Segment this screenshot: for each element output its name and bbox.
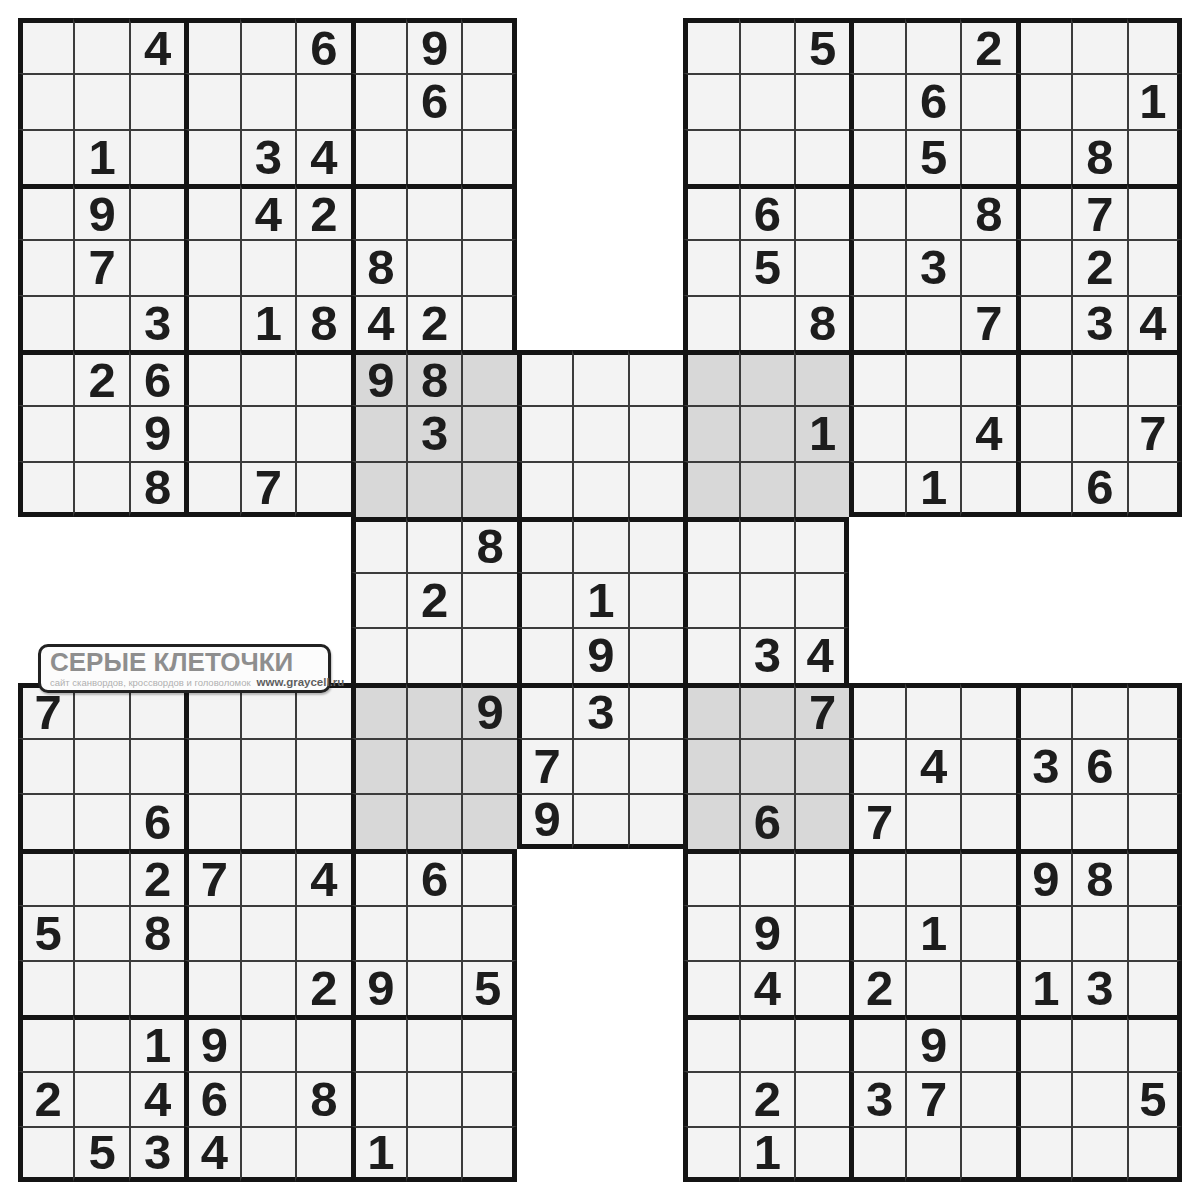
cell-r19c18[interactable] <box>960 1015 1015 1070</box>
cell-r3c16[interactable] <box>849 129 904 184</box>
cell-r6c13[interactable] <box>683 295 738 350</box>
cell-r21c9[interactable] <box>461 1126 516 1182</box>
cell-r1c19[interactable] <box>1016 18 1071 73</box>
cell-r17c18[interactable] <box>960 905 1015 960</box>
cell-r19c8[interactable] <box>406 1015 461 1070</box>
cell-r9c4[interactable] <box>184 461 239 517</box>
cell-r5c21[interactable] <box>1127 239 1182 294</box>
cell-r16c1[interactable] <box>18 849 73 904</box>
cell-r17c16[interactable] <box>849 905 904 960</box>
cell-r18c1[interactable] <box>18 960 73 1015</box>
cell-r6c19[interactable] <box>1016 295 1071 350</box>
cell-r7c12[interactable] <box>628 350 683 405</box>
cell-r13c17[interactable] <box>905 683 960 738</box>
cell-r11c13[interactable] <box>683 572 738 627</box>
cell-r15c4[interactable] <box>184 793 239 849</box>
cell-r18c3[interactable] <box>129 960 184 1015</box>
cell-r15c11[interactable] <box>572 793 627 849</box>
given-r16c3: 2 <box>129 849 184 904</box>
cell-r15c21[interactable] <box>1127 793 1182 849</box>
cell-r8c20[interactable] <box>1071 405 1126 460</box>
cell-r10c10[interactable] <box>517 517 572 572</box>
cell-r2c5[interactable] <box>240 73 295 128</box>
cell-r1c21[interactable] <box>1127 18 1182 73</box>
cell-r2c13[interactable] <box>683 73 738 128</box>
cell-r9c13[interactable] <box>683 461 738 517</box>
cell-r2c15[interactable] <box>794 73 849 128</box>
cell-r5c8[interactable] <box>406 239 461 294</box>
cell-r13c12[interactable] <box>628 683 683 738</box>
cell-r14c2[interactable] <box>73 738 128 793</box>
cell-r19c1[interactable] <box>18 1015 73 1070</box>
cell-r9c2[interactable] <box>73 461 128 517</box>
cell-r15c5[interactable] <box>240 793 295 849</box>
cell-r13c20[interactable] <box>1071 683 1126 738</box>
cell-r1c2[interactable] <box>73 18 128 73</box>
cell-r15c15[interactable] <box>794 793 849 849</box>
cell-r2c4[interactable] <box>184 73 239 128</box>
cell-r21c18[interactable] <box>960 1126 1015 1182</box>
cell-r15c2[interactable] <box>73 793 128 849</box>
given-r4c5: 4 <box>240 184 295 239</box>
cell-r6c14[interactable] <box>739 295 794 350</box>
cell-r3c1[interactable] <box>18 129 73 184</box>
cell-r9c12[interactable] <box>628 461 683 517</box>
cell-r4c16[interactable] <box>849 184 904 239</box>
cell-r19c20[interactable] <box>1071 1015 1126 1070</box>
cell-r2c1[interactable] <box>18 73 73 128</box>
cell-r15c12[interactable] <box>628 793 683 849</box>
cell-r7c1[interactable] <box>18 350 73 405</box>
cell-r9c10[interactable] <box>517 461 572 517</box>
cell-r21c8[interactable] <box>406 1126 461 1182</box>
cell-r19c2[interactable] <box>73 1015 128 1070</box>
cell-r15c1[interactable] <box>18 793 73 849</box>
cell-r2c18[interactable] <box>960 73 1015 128</box>
cell-r16c14[interactable] <box>739 849 794 904</box>
cell-r8c5[interactable] <box>240 405 295 460</box>
cell-r18c4[interactable] <box>184 960 239 1015</box>
cell-r20c2[interactable] <box>73 1071 128 1126</box>
void-r10c21 <box>1127 517 1182 572</box>
cell-r14c14[interactable] <box>739 738 794 793</box>
cell-r17c15[interactable] <box>794 905 849 960</box>
cell-r16c5[interactable] <box>240 849 295 904</box>
cell-r19c6[interactable] <box>295 1015 350 1070</box>
cell-r11c12[interactable] <box>628 572 683 627</box>
cell-r14c1[interactable] <box>18 738 73 793</box>
cell-r13c18[interactable] <box>960 683 1015 738</box>
cell-r16c7[interactable] <box>351 849 406 904</box>
cell-r12c12[interactable] <box>628 627 683 682</box>
cell-r6c4[interactable] <box>184 295 239 350</box>
cell-r1c5[interactable] <box>240 18 295 73</box>
cell-r8c7[interactable] <box>351 405 406 460</box>
given-r1c3: 4 <box>129 18 184 73</box>
cell-r11c14[interactable] <box>739 572 794 627</box>
void-r17c11 <box>572 905 627 960</box>
given-r15c16: 7 <box>849 793 904 849</box>
cell-r10c14[interactable] <box>739 517 794 572</box>
cell-r4c9[interactable] <box>461 184 516 239</box>
cell-r21c1[interactable] <box>18 1126 73 1182</box>
given-r8c21: 7 <box>1127 405 1182 460</box>
given-r13c11: 3 <box>572 683 627 738</box>
cell-r10c15[interactable] <box>794 517 849 572</box>
cell-r13c14[interactable] <box>739 683 794 738</box>
cell-r17c2[interactable] <box>73 905 128 960</box>
cell-r15c6[interactable] <box>295 793 350 849</box>
cell-r19c5[interactable] <box>240 1015 295 1070</box>
cell-r5c5[interactable] <box>240 239 295 294</box>
cell-r20c13[interactable] <box>683 1071 738 1126</box>
cell-r12c7[interactable] <box>351 627 406 682</box>
void-r10c1 <box>18 517 73 572</box>
cell-r7c11[interactable] <box>572 350 627 405</box>
cell-r20c5[interactable] <box>240 1071 295 1126</box>
cell-r18c18[interactable] <box>960 960 1015 1015</box>
cell-r19c21[interactable] <box>1127 1015 1182 1070</box>
cell-r18c5[interactable] <box>240 960 295 1015</box>
cell-r2c19[interactable] <box>1016 73 1071 128</box>
cell-r2c20[interactable] <box>1071 73 1126 128</box>
cell-r8c16[interactable] <box>849 405 904 460</box>
cell-r1c1[interactable] <box>18 18 73 73</box>
cell-r1c20[interactable] <box>1071 18 1126 73</box>
cell-r8c12[interactable] <box>628 405 683 460</box>
cell-r8c1[interactable] <box>18 405 73 460</box>
cell-r5c4[interactable] <box>184 239 239 294</box>
cell-r7c19[interactable] <box>1016 350 1071 405</box>
cell-r9c16[interactable] <box>849 461 904 517</box>
cell-r13c8[interactable] <box>406 683 461 738</box>
cell-r4c8[interactable] <box>406 184 461 239</box>
cell-r15c8[interactable] <box>406 793 461 849</box>
cell-r9c6[interactable] <box>295 461 350 517</box>
cell-r12c10[interactable] <box>517 627 572 682</box>
cell-r14c12[interactable] <box>628 738 683 793</box>
cell-r4c1[interactable] <box>18 184 73 239</box>
cell-r5c6[interactable] <box>295 239 350 294</box>
cell-r20c8[interactable] <box>406 1071 461 1126</box>
cell-r12c8[interactable] <box>406 627 461 682</box>
cell-r7c13[interactable] <box>683 350 738 405</box>
cell-r7c15[interactable] <box>794 350 849 405</box>
cell-r8c11[interactable] <box>572 405 627 460</box>
cell-r6c2[interactable] <box>73 295 128 350</box>
cell-r7c10[interactable] <box>517 350 572 405</box>
cell-r5c19[interactable] <box>1016 239 1071 294</box>
cell-r21c16[interactable] <box>849 1126 904 1182</box>
given-r20c14: 2 <box>739 1071 794 1126</box>
cell-r17c7[interactable] <box>351 905 406 960</box>
cell-r11c15[interactable] <box>794 572 849 627</box>
cell-r6c16[interactable] <box>849 295 904 350</box>
cell-r8c14[interactable] <box>739 405 794 460</box>
cell-r16c15[interactable] <box>794 849 849 904</box>
cell-r5c1[interactable] <box>18 239 73 294</box>
cell-r16c2[interactable] <box>73 849 128 904</box>
cell-r10c13[interactable] <box>683 517 738 572</box>
cell-r1c7[interactable] <box>351 18 406 73</box>
void-r4c11 <box>572 184 627 239</box>
void-r11c20 <box>1071 572 1126 627</box>
cell-r18c8[interactable] <box>406 960 461 1015</box>
cell-r2c7[interactable] <box>351 73 406 128</box>
cell-r18c2[interactable] <box>73 960 128 1015</box>
cell-r9c19[interactable] <box>1016 461 1071 517</box>
cell-r6c1[interactable] <box>18 295 73 350</box>
cell-r20c20[interactable] <box>1071 1071 1126 1126</box>
cell-r5c15[interactable] <box>794 239 849 294</box>
cell-r6c17[interactable] <box>905 295 960 350</box>
cell-r10c8[interactable] <box>406 517 461 572</box>
void-r5c11 <box>572 239 627 294</box>
cell-r17c20[interactable] <box>1071 905 1126 960</box>
cell-r14c6[interactable] <box>295 738 350 793</box>
cell-r17c21[interactable] <box>1127 905 1182 960</box>
cell-r14c18[interactable] <box>960 738 1015 793</box>
cell-r1c13[interactable] <box>683 18 738 73</box>
cell-r9c14[interactable] <box>739 461 794 517</box>
cell-r8c17[interactable] <box>905 405 960 460</box>
cell-r21c6[interactable] <box>295 1126 350 1182</box>
cell-r3c21[interactable] <box>1127 129 1182 184</box>
cell-r9c1[interactable] <box>18 461 73 517</box>
cell-r7c14[interactable] <box>739 350 794 405</box>
site-logo-url-link[interactable]: www.graycell.ru <box>257 676 345 688</box>
given-r3c5: 3 <box>240 129 295 184</box>
cell-r17c4[interactable] <box>184 905 239 960</box>
given-r20c21: 5 <box>1127 1071 1182 1126</box>
cell-r16c18[interactable] <box>960 849 1015 904</box>
cell-r3c13[interactable] <box>683 129 738 184</box>
cell-r4c4[interactable] <box>184 184 239 239</box>
cell-r14c13[interactable] <box>683 738 738 793</box>
cell-r17c5[interactable] <box>240 905 295 960</box>
cell-r4c7[interactable] <box>351 184 406 239</box>
cell-r7c6[interactable] <box>295 350 350 405</box>
cell-r15c19[interactable] <box>1016 793 1071 849</box>
cell-r11c10[interactable] <box>517 572 572 627</box>
cell-r20c18[interactable] <box>960 1071 1015 1126</box>
cell-r2c3[interactable] <box>129 73 184 128</box>
cell-r14c7[interactable] <box>351 738 406 793</box>
cell-r21c17[interactable] <box>905 1126 960 1182</box>
cell-r17c13[interactable] <box>683 905 738 960</box>
cell-r1c14[interactable] <box>739 18 794 73</box>
given-r19c3: 1 <box>129 1015 184 1070</box>
given-r14c20: 6 <box>1071 738 1126 793</box>
cell-r7c20[interactable] <box>1071 350 1126 405</box>
cell-r20c9[interactable] <box>461 1071 516 1126</box>
cell-r5c13[interactable] <box>683 239 738 294</box>
cell-r18c15[interactable] <box>794 960 849 1015</box>
cell-r4c3[interactable] <box>129 184 184 239</box>
cell-r5c16[interactable] <box>849 239 904 294</box>
void-r20c12 <box>628 1071 683 1126</box>
cell-r1c4[interactable] <box>184 18 239 73</box>
cell-r14c15[interactable] <box>794 738 849 793</box>
given-r18c19: 1 <box>1016 960 1071 1015</box>
given-r5c7: 8 <box>351 239 406 294</box>
cell-r13c13[interactable] <box>683 683 738 738</box>
cell-r20c7[interactable] <box>351 1071 406 1126</box>
cell-r12c9[interactable] <box>461 627 516 682</box>
cell-r18c21[interactable] <box>1127 960 1182 1015</box>
cell-r8c6[interactable] <box>295 405 350 460</box>
cell-r8c19[interactable] <box>1016 405 1071 460</box>
void-r16c12 <box>628 849 683 904</box>
cell-r13c21[interactable] <box>1127 683 1182 738</box>
cell-r3c7[interactable] <box>351 129 406 184</box>
given-r21c4: 4 <box>184 1126 239 1182</box>
cell-r15c18[interactable] <box>960 793 1015 849</box>
cell-r2c16[interactable] <box>849 73 904 128</box>
cell-r19c19[interactable] <box>1016 1015 1071 1070</box>
cell-r19c15[interactable] <box>794 1015 849 1070</box>
cell-r4c15[interactable] <box>794 184 849 239</box>
given-r5c17: 3 <box>905 239 960 294</box>
cell-r7c9[interactable] <box>461 350 516 405</box>
cell-r6c9[interactable] <box>461 295 516 350</box>
cell-r5c3[interactable] <box>129 239 184 294</box>
cell-r8c2[interactable] <box>73 405 128 460</box>
cell-r7c4[interactable] <box>184 350 239 405</box>
cell-r4c17[interactable] <box>905 184 960 239</box>
cell-r20c19[interactable] <box>1016 1071 1071 1126</box>
cell-r19c9[interactable] <box>461 1015 516 1070</box>
cell-r8c10[interactable] <box>517 405 572 460</box>
cell-r10c11[interactable] <box>572 517 627 572</box>
cell-r19c14[interactable] <box>739 1015 794 1070</box>
cell-r11c9[interactable] <box>461 572 516 627</box>
cell-r14c3[interactable] <box>129 738 184 793</box>
cell-r5c18[interactable] <box>960 239 1015 294</box>
cell-r4c13[interactable] <box>683 184 738 239</box>
cell-r21c15[interactable] <box>794 1126 849 1182</box>
cell-r17c19[interactable] <box>1016 905 1071 960</box>
cell-r17c6[interactable] <box>295 905 350 960</box>
cell-r1c9[interactable] <box>461 18 516 73</box>
cell-r15c20[interactable] <box>1071 793 1126 849</box>
cell-r16c16[interactable] <box>849 849 904 904</box>
cell-r7c16[interactable] <box>849 350 904 405</box>
cell-r21c20[interactable] <box>1071 1126 1126 1182</box>
cell-r13c10[interactable] <box>517 683 572 738</box>
cell-r21c5[interactable] <box>240 1126 295 1182</box>
cell-r13c19[interactable] <box>1016 683 1071 738</box>
cell-r14c21[interactable] <box>1127 738 1182 793</box>
cell-r2c2[interactable] <box>73 73 128 128</box>
cell-r3c4[interactable] <box>184 129 239 184</box>
cell-r21c21[interactable] <box>1127 1126 1182 1182</box>
cell-r14c16[interactable] <box>849 738 904 793</box>
cell-r4c19[interactable] <box>1016 184 1071 239</box>
cell-r10c7[interactable] <box>351 517 406 572</box>
cell-r20c15[interactable] <box>794 1071 849 1126</box>
cell-r5c9[interactable] <box>461 239 516 294</box>
cell-r16c13[interactable] <box>683 849 738 904</box>
given-r12c15: 4 <box>794 627 849 682</box>
cell-r21c19[interactable] <box>1016 1126 1071 1182</box>
cell-r1c16[interactable] <box>849 18 904 73</box>
cell-r7c17[interactable] <box>905 350 960 405</box>
cell-r14c5[interactable] <box>240 738 295 793</box>
cell-r16c21[interactable] <box>1127 849 1182 904</box>
given-r1c6: 6 <box>295 18 350 73</box>
cell-r2c6[interactable] <box>295 73 350 128</box>
cell-r7c18[interactable] <box>960 350 1015 405</box>
void-r1c10 <box>517 18 572 73</box>
cell-r12c13[interactable] <box>683 627 738 682</box>
cell-r3c8[interactable] <box>406 129 461 184</box>
cell-r2c14[interactable] <box>739 73 794 128</box>
cell-r9c21[interactable] <box>1127 461 1182 517</box>
cell-r14c9[interactable] <box>461 738 516 793</box>
cell-r19c7[interactable] <box>351 1015 406 1070</box>
cell-r21c13[interactable] <box>683 1126 738 1182</box>
cell-r8c4[interactable] <box>184 405 239 460</box>
cell-r14c4[interactable] <box>184 738 239 793</box>
cell-r16c17[interactable] <box>905 849 960 904</box>
cell-r15c13[interactable] <box>683 793 738 849</box>
cell-r7c5[interactable] <box>240 350 295 405</box>
cell-r18c13[interactable] <box>683 960 738 1015</box>
cell-r17c8[interactable] <box>406 905 461 960</box>
cell-r19c13[interactable] <box>683 1015 738 1070</box>
cell-r3c19[interactable] <box>1016 129 1071 184</box>
cell-r13c16[interactable] <box>849 683 904 738</box>
given-r20c1: 2 <box>18 1071 73 1126</box>
given-r8c3: 9 <box>129 405 184 460</box>
void-r12c16 <box>849 627 904 682</box>
cell-r1c17[interactable] <box>905 18 960 73</box>
cell-r14c8[interactable] <box>406 738 461 793</box>
cell-r7c21[interactable] <box>1127 350 1182 405</box>
cell-r3c9[interactable] <box>461 129 516 184</box>
cell-r18c17[interactable] <box>905 960 960 1015</box>
cell-r15c17[interactable] <box>905 793 960 849</box>
cell-r3c14[interactable] <box>739 129 794 184</box>
cell-r10c12[interactable] <box>628 517 683 572</box>
cell-r17c9[interactable] <box>461 905 516 960</box>
site-logo: СЕРЫЕ КЛЕТОЧКИ сайт сканвордов, кроссвор… <box>38 644 331 693</box>
cell-r15c7[interactable] <box>351 793 406 849</box>
cell-r13c7[interactable] <box>351 683 406 738</box>
cell-r4c21[interactable] <box>1127 184 1182 239</box>
cell-r15c9[interactable] <box>461 793 516 849</box>
cell-r9c8[interactable] <box>406 461 461 517</box>
cell-r8c9[interactable] <box>461 405 516 460</box>
cell-r9c7[interactable] <box>351 461 406 517</box>
cell-r9c18[interactable] <box>960 461 1015 517</box>
cell-r9c15[interactable] <box>794 461 849 517</box>
cell-r8c13[interactable] <box>683 405 738 460</box>
cell-r3c18[interactable] <box>960 129 1015 184</box>
cell-r9c9[interactable] <box>461 461 516 517</box>
cell-r14c11[interactable] <box>572 738 627 793</box>
cell-r3c3[interactable] <box>129 129 184 184</box>
cell-r16c9[interactable] <box>461 849 516 904</box>
cell-r3c15[interactable] <box>794 129 849 184</box>
void-r12c20 <box>1071 627 1126 682</box>
cell-r19c16[interactable] <box>849 1015 904 1070</box>
given-r1c8: 9 <box>406 18 461 73</box>
cell-r11c7[interactable] <box>351 572 406 627</box>
cell-r2c9[interactable] <box>461 73 516 128</box>
cell-r9c11[interactable] <box>572 461 627 517</box>
